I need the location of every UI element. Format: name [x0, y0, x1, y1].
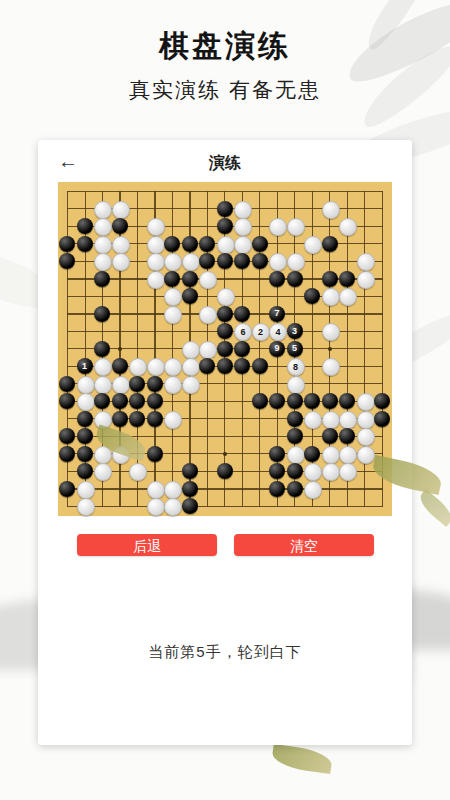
- black-stone: [59, 481, 75, 497]
- black-stone: [217, 201, 233, 217]
- white-stone: [339, 288, 357, 306]
- white-stone: [322, 323, 340, 341]
- white-stone: [199, 306, 217, 324]
- white-stone-move-8: 8: [287, 358, 305, 376]
- white-stone: [164, 376, 182, 394]
- black-stone: [269, 446, 285, 462]
- black-stone: [374, 411, 390, 427]
- black-stone-move-5: 5: [287, 341, 303, 357]
- hoshi-point: [118, 347, 122, 351]
- white-stone: [164, 481, 182, 499]
- black-stone: [322, 271, 338, 287]
- black-stone: [182, 271, 198, 287]
- white-stone: [147, 236, 165, 254]
- black-stone: [252, 358, 268, 374]
- black-stone: [77, 236, 93, 252]
- white-stone: [339, 411, 357, 429]
- white-stone: [94, 218, 112, 236]
- black-stone: [77, 428, 93, 444]
- black-stone: [199, 358, 215, 374]
- black-stone-move-9: 9: [269, 341, 285, 357]
- white-stone: [77, 376, 95, 394]
- white-stone: [339, 218, 357, 236]
- white-stone: [234, 201, 252, 219]
- black-stone-move-3: 3: [287, 323, 303, 339]
- black-stone: [339, 393, 355, 409]
- white-stone: [129, 463, 147, 481]
- white-stone: [147, 218, 165, 236]
- white-stone: [357, 428, 375, 446]
- white-stone: [182, 341, 200, 359]
- black-stone: [322, 393, 338, 409]
- leaf-decoration: [416, 489, 450, 527]
- white-stone: [147, 481, 165, 499]
- white-stone: [339, 446, 357, 464]
- black-stone: [287, 411, 303, 427]
- white-stone: [357, 393, 375, 411]
- black-stone: [304, 393, 320, 409]
- white-stone: [147, 358, 165, 376]
- black-stone: [269, 393, 285, 409]
- black-stone: [217, 341, 233, 357]
- white-stone: [199, 271, 217, 289]
- black-stone: [59, 428, 75, 444]
- white-stone: [322, 411, 340, 429]
- white-stone: [94, 376, 112, 394]
- white-stone: [182, 253, 200, 271]
- white-stone: [94, 201, 112, 219]
- black-stone: [199, 253, 215, 269]
- black-stone: [304, 446, 320, 462]
- hoshi-point: [328, 347, 332, 351]
- black-stone: [339, 428, 355, 444]
- white-stone: [77, 481, 95, 499]
- white-stone: [234, 236, 252, 254]
- white-stone: [94, 463, 112, 481]
- black-stone: [164, 236, 180, 252]
- white-stone: [147, 253, 165, 271]
- black-stone: [129, 393, 145, 409]
- black-stone: [217, 306, 233, 322]
- black-stone: [287, 463, 303, 479]
- white-stone: [322, 201, 340, 219]
- white-stone: [164, 288, 182, 306]
- white-stone: [269, 253, 287, 271]
- black-stone: [77, 218, 93, 234]
- black-stone: [59, 376, 75, 392]
- white-stone: [357, 411, 375, 429]
- black-stone: [77, 411, 93, 427]
- black-stone: [94, 271, 110, 287]
- black-stone: [112, 393, 128, 409]
- white-stone: [357, 271, 375, 289]
- white-stone: [287, 446, 305, 464]
- black-stone: [94, 306, 110, 322]
- white-stone: [94, 236, 112, 254]
- white-stone: [287, 218, 305, 236]
- black-stone: [112, 358, 128, 374]
- black-stone-move-7: 7: [269, 306, 285, 322]
- black-stone: [182, 288, 198, 304]
- black-stone: [252, 393, 268, 409]
- white-stone-move-4: 4: [269, 323, 287, 341]
- white-stone: [164, 253, 182, 271]
- black-stone: [269, 463, 285, 479]
- black-stone: [217, 218, 233, 234]
- white-stone: [322, 463, 340, 481]
- white-stone: [322, 288, 340, 306]
- black-stone: [252, 236, 268, 252]
- practice-card: ← 演练 762439518 后退 清空 当前第5手，轮到白下: [38, 140, 412, 745]
- black-stone: [147, 393, 163, 409]
- white-stone: [182, 358, 200, 376]
- white-stone: [77, 498, 95, 516]
- black-stone: [269, 271, 285, 287]
- page-title: 棋盘演练: [0, 26, 450, 67]
- black-stone: [234, 358, 250, 374]
- white-stone: [164, 498, 182, 516]
- black-stone: [129, 376, 145, 392]
- black-stone: [217, 253, 233, 269]
- black-stone: [77, 446, 93, 462]
- white-stone: [164, 358, 182, 376]
- white-stone: [112, 236, 130, 254]
- white-stone: [287, 376, 305, 394]
- card-nav: ← 演练: [38, 140, 412, 184]
- black-stone-move-1: 1: [77, 358, 93, 374]
- black-stone: [234, 341, 250, 357]
- white-stone: [164, 411, 182, 429]
- black-stone: [147, 411, 163, 427]
- white-stone: [357, 253, 375, 271]
- black-stone: [322, 236, 338, 252]
- black-stone: [322, 428, 338, 444]
- white-stone: [77, 393, 95, 411]
- black-stone: [59, 393, 75, 409]
- black-stone: [59, 236, 75, 252]
- black-stone: [269, 481, 285, 497]
- hoshi-point: [223, 452, 227, 456]
- clear-button[interactable]: 清空: [234, 534, 374, 556]
- white-stone: [357, 446, 375, 464]
- black-stone: [304, 288, 320, 304]
- black-stone: [94, 341, 110, 357]
- white-stone: [164, 306, 182, 324]
- black-stone: [287, 393, 303, 409]
- black-stone: [112, 218, 128, 234]
- white-stone: [94, 358, 112, 376]
- white-stone: [269, 218, 287, 236]
- black-stone: [374, 393, 390, 409]
- black-stone: [182, 463, 198, 479]
- white-stone: [287, 253, 305, 271]
- white-stone: [94, 253, 112, 271]
- black-stone: [339, 271, 355, 287]
- black-stone: [112, 411, 128, 427]
- black-stone: [252, 253, 268, 269]
- white-stone: [339, 463, 357, 481]
- black-stone: [182, 236, 198, 252]
- white-stone: [304, 481, 322, 499]
- black-stone: [59, 446, 75, 462]
- white-stone: [129, 358, 147, 376]
- white-stone: [304, 463, 322, 481]
- black-stone: [182, 481, 198, 497]
- black-stone: [129, 411, 145, 427]
- black-stone: [234, 306, 250, 322]
- black-stone: [217, 358, 233, 374]
- white-stone: [147, 498, 165, 516]
- leaf-decoration: [271, 744, 333, 774]
- black-stone: [59, 253, 75, 269]
- black-stone: [234, 253, 250, 269]
- white-stone: [182, 376, 200, 394]
- white-stone: [322, 358, 340, 376]
- black-stone: [164, 271, 180, 287]
- black-stone: [217, 463, 233, 479]
- black-stone: [217, 323, 233, 339]
- black-stone: [287, 481, 303, 497]
- white-stone: [217, 288, 235, 306]
- white-stone: [112, 376, 130, 394]
- white-stone: [322, 446, 340, 464]
- white-stone: [217, 236, 235, 254]
- white-stone: [304, 236, 322, 254]
- white-stone: [112, 253, 130, 271]
- black-stone: [287, 428, 303, 444]
- white-stone: [199, 341, 217, 359]
- black-stone: [147, 446, 163, 462]
- black-stone: [287, 271, 303, 287]
- undo-button[interactable]: 后退: [77, 534, 217, 556]
- black-stone: [94, 393, 110, 409]
- white-stone: [304, 411, 322, 429]
- black-stone: [147, 376, 163, 392]
- white-stone: [147, 271, 165, 289]
- black-stone: [182, 498, 198, 514]
- page-subtitle: 真实演练 有备无患: [0, 76, 450, 104]
- card-nav-title: 演练: [38, 153, 412, 174]
- white-stone-move-6: 6: [234, 323, 252, 341]
- white-stone: [112, 201, 130, 219]
- go-board[interactable]: 762439518: [58, 182, 392, 516]
- black-stone: [199, 236, 215, 252]
- white-stone-move-2: 2: [252, 323, 270, 341]
- status-text: 当前第5手，轮到白下: [38, 643, 412, 662]
- black-stone: [77, 463, 93, 479]
- white-stone: [234, 218, 252, 236]
